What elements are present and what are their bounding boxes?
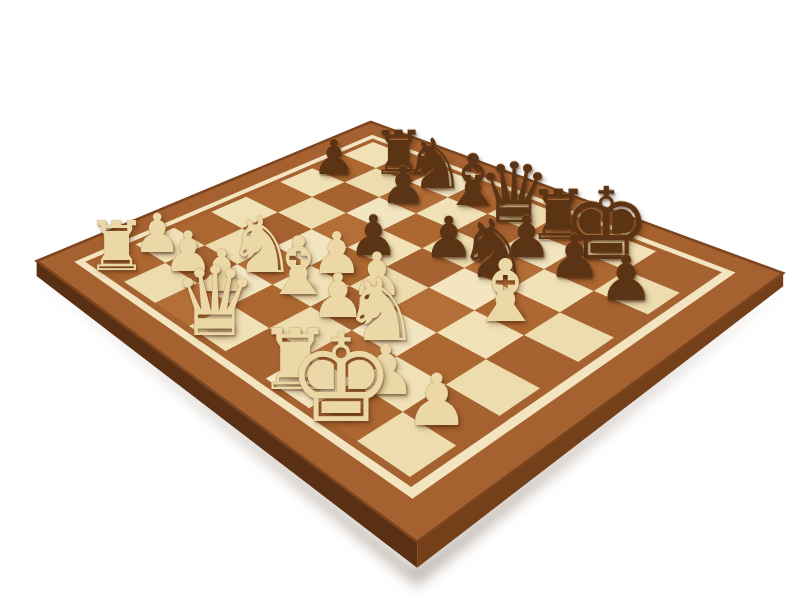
piece-shadow-f3 (371, 330, 402, 342)
piece-shadow-h7 (616, 290, 646, 302)
piece-shadow-d4 (328, 264, 355, 275)
piece-shadow-f1 (285, 378, 317, 391)
piece-shadow-c8 (427, 180, 451, 190)
piece-shadow-e4 (368, 285, 397, 297)
piece-shadow-a2 (150, 243, 176, 254)
piece-shadow-g8 (597, 249, 625, 260)
piece-shadow-b8 (391, 166, 414, 176)
piece-shadow-b2 (181, 262, 208, 273)
piece-shadow-d1 (206, 325, 236, 337)
piece-shadow-e6 (440, 247, 467, 258)
piece-shadow-h2 (426, 412, 460, 426)
piece-shadow-g1 (331, 408, 365, 422)
piece-shadow-d3 (290, 283, 318, 295)
piece-shadow-c3 (254, 263, 281, 274)
piece-shadow-d5 (365, 246, 392, 257)
chessboard (0, 0, 800, 600)
piece-shadow-a1 (109, 260, 135, 271)
piece-shadow-f7 (518, 248, 545, 259)
piece-shadow-f8 (549, 230, 576, 241)
piece-shadow-f6 (484, 266, 512, 278)
piece-shadow-e3 (329, 306, 358, 318)
piece-shadow-e8 (506, 212, 532, 223)
piece-shadow-c7 (395, 195, 420, 205)
piece-shadow-g2 (376, 381, 409, 394)
piece-shadow-g5 (495, 309, 525, 321)
piece-shadow-d8 (465, 196, 490, 206)
chess-photo-scene: ♜♞♝♛♜♚♟♟♟♟♟♟♞♟♝♟♟♞♝♟♞♟♟♟♟♟♜♛♜♚ (0, 0, 800, 600)
piece-shadow-c2 (213, 282, 241, 293)
piece-shadow-a7 (327, 166, 350, 175)
piece-shadow-g7 (565, 268, 594, 280)
